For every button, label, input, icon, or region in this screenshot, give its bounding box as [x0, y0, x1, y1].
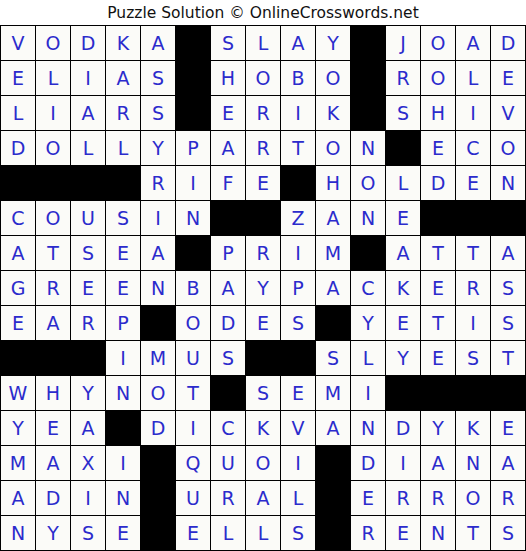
letter-cell-r12c10: A: [316, 411, 350, 445]
letter-cell-r5c8: E: [246, 166, 280, 200]
letter-cell-r6c12: E: [386, 201, 420, 235]
letter-cell-r7c15: A: [491, 236, 525, 270]
block-cell-r2c11: [351, 61, 385, 95]
letter-cell-r15c8: L: [246, 516, 280, 550]
letter-cell-r11c11: I: [351, 376, 385, 410]
letter-cell-r15c11: R: [351, 516, 385, 550]
letter-cell-r15c2: Y: [36, 516, 70, 550]
letter-cell-r9c15: S: [491, 306, 525, 340]
letter-cell-r14c1: A: [1, 481, 35, 515]
letter-cell-r6c10: A: [316, 201, 350, 235]
letter-cell-r1c15: D: [491, 26, 525, 60]
letter-cell-r6c1: C: [1, 201, 35, 235]
letter-cell-r2c7: H: [211, 61, 245, 95]
block-cell-r5c2: [36, 166, 70, 200]
letter-cell-r3c8: R: [246, 96, 280, 130]
letter-cell-r6c11: N: [351, 201, 385, 235]
block-cell-r6c8: [246, 201, 280, 235]
letter-cell-r15c3: S: [71, 516, 105, 550]
letter-cell-r10c15: T: [491, 341, 525, 375]
letter-cell-r7c8: R: [246, 236, 280, 270]
letter-cell-r15c6: E: [176, 516, 210, 550]
letter-cell-r12c1: Y: [1, 411, 35, 445]
letter-cell-r9c2: A: [36, 306, 70, 340]
letter-cell-r13c1: M: [1, 446, 35, 480]
letter-cell-r15c13: N: [421, 516, 455, 550]
letter-cell-r3c7: E: [211, 96, 245, 130]
letter-cell-r5c14: E: [456, 166, 490, 200]
letter-cell-r8c12: K: [386, 271, 420, 305]
block-cell-r11c15: [491, 376, 525, 410]
letter-cell-r14c11: E: [351, 481, 385, 515]
letter-cell-r5c7: F: [211, 166, 245, 200]
letter-cell-r9c14: I: [456, 306, 490, 340]
block-cell-r13c5: [141, 446, 175, 480]
letter-cell-r2c3: I: [71, 61, 105, 95]
letter-cell-r3c3: A: [71, 96, 105, 130]
letter-cell-r7c4: E: [106, 236, 140, 270]
block-cell-r6c13: [421, 201, 455, 235]
block-cell-r11c12: [386, 376, 420, 410]
letter-cell-r14c8: A: [246, 481, 280, 515]
letter-cell-r4c15: O: [491, 131, 525, 165]
letter-cell-r1c12: J: [386, 26, 420, 60]
letter-cell-r2c12: R: [386, 61, 420, 95]
letter-cell-r12c15: E: [491, 411, 525, 445]
letter-cell-r12c5: D: [141, 411, 175, 445]
block-cell-r5c1: [1, 166, 35, 200]
letter-cell-r9c1: E: [1, 306, 35, 340]
block-cell-r7c11: [351, 236, 385, 270]
letter-cell-r13c4: I: [106, 446, 140, 480]
letter-cell-r8c2: R: [36, 271, 70, 305]
block-cell-r5c4: [106, 166, 140, 200]
letter-cell-r3c15: V: [491, 96, 525, 130]
block-cell-r15c10: [316, 516, 350, 550]
letter-cell-r14c4: N: [106, 481, 140, 515]
letter-cell-r5c13: D: [421, 166, 455, 200]
letter-cell-r4c5: Y: [141, 131, 175, 165]
block-cell-r12c4: [106, 411, 140, 445]
letter-cell-r8c1: G: [1, 271, 35, 305]
block-cell-r11c13: [421, 376, 455, 410]
letter-cell-r3c1: L: [1, 96, 35, 130]
block-cell-r10c1: [1, 341, 35, 375]
block-cell-r9c5: [141, 306, 175, 340]
letter-cell-r12c7: C: [211, 411, 245, 445]
letter-cell-r14c6: U: [176, 481, 210, 515]
letter-cell-r13c13: A: [421, 446, 455, 480]
letter-cell-r10c13: E: [421, 341, 455, 375]
letter-cell-r3c9: I: [281, 96, 315, 130]
puzzle-solution-page: Puzzle Solution © OnlineCrosswords.net V…: [0, 0, 526, 551]
letter-cell-r12c6: I: [176, 411, 210, 445]
letter-cell-r3c4: R: [106, 96, 140, 130]
letter-cell-r13c2: A: [36, 446, 70, 480]
letter-cell-r10c4: I: [106, 341, 140, 375]
letter-cell-r9c8: E: [246, 306, 280, 340]
letter-cell-r10c14: S: [456, 341, 490, 375]
letter-cell-r11c6: T: [176, 376, 210, 410]
letter-cell-r3c14: I: [456, 96, 490, 130]
letter-cell-r2c10: O: [316, 61, 350, 95]
letter-cell-r6c9: Z: [281, 201, 315, 235]
letter-cell-r12c2: E: [36, 411, 70, 445]
block-cell-r10c8: [246, 341, 280, 375]
letter-cell-r3c13: H: [421, 96, 455, 130]
letter-cell-r5c11: O: [351, 166, 385, 200]
letter-cell-r11c8: S: [246, 376, 280, 410]
letter-cell-r8c4: E: [106, 271, 140, 305]
letter-cell-r8c7: A: [211, 271, 245, 305]
letter-cell-r15c7: L: [211, 516, 245, 550]
letter-cell-r7c5: A: [141, 236, 175, 270]
block-cell-r5c9: [281, 166, 315, 200]
letter-cell-r7c9: I: [281, 236, 315, 270]
letter-cell-r4c6: P: [176, 131, 210, 165]
letter-cell-r7c7: P: [211, 236, 245, 270]
letter-cell-r10c7: S: [211, 341, 245, 375]
letter-cell-r2c5: S: [141, 61, 175, 95]
letter-cell-r10c5: M: [141, 341, 175, 375]
letter-cell-r4c10: O: [316, 131, 350, 165]
block-cell-r4c12: [386, 131, 420, 165]
letter-cell-r1c3: D: [71, 26, 105, 60]
letter-cell-r11c5: O: [141, 376, 175, 410]
letter-cell-r10c10: S: [316, 341, 350, 375]
letter-cell-r2c8: O: [246, 61, 280, 95]
letter-cell-r8c10: A: [316, 271, 350, 305]
block-cell-r7c6: [176, 236, 210, 270]
letter-cell-r12c8: K: [246, 411, 280, 445]
block-cell-r3c6: [176, 96, 210, 130]
letter-cell-r12c3: A: [71, 411, 105, 445]
letter-cell-r12c13: Y: [421, 411, 455, 445]
letter-cell-r13c9: I: [281, 446, 315, 480]
title-bar: Puzzle Solution © OnlineCrosswords.net: [0, 0, 526, 25]
letter-cell-r9c6: O: [176, 306, 210, 340]
letter-cell-r10c11: L: [351, 341, 385, 375]
letter-cell-r3c12: S: [386, 96, 420, 130]
letter-cell-r14c14: O: [456, 481, 490, 515]
letter-cell-r6c3: U: [71, 201, 105, 235]
letter-cell-r8c13: E: [421, 271, 455, 305]
letter-cell-r13c8: O: [246, 446, 280, 480]
block-cell-r11c14: [456, 376, 490, 410]
letter-cell-r5c15: N: [491, 166, 525, 200]
letter-cell-r1c1: V: [1, 26, 35, 60]
letter-cell-r7c3: S: [71, 236, 105, 270]
letter-cell-r4c3: L: [71, 131, 105, 165]
letter-cell-r15c14: T: [456, 516, 490, 550]
letter-cell-r9c4: P: [106, 306, 140, 340]
letter-cell-r6c6: N: [176, 201, 210, 235]
letter-cell-r10c6: U: [176, 341, 210, 375]
letter-cell-r1c2: O: [36, 26, 70, 60]
letter-cell-r12c12: D: [386, 411, 420, 445]
letter-cell-r4c11: N: [351, 131, 385, 165]
letter-cell-r12c11: N: [351, 411, 385, 445]
letter-cell-r15c15: S: [491, 516, 525, 550]
letter-cell-r4c9: T: [281, 131, 315, 165]
block-cell-r14c10: [316, 481, 350, 515]
letter-cell-r2c15: E: [491, 61, 525, 95]
letter-cell-r4c2: O: [36, 131, 70, 165]
block-cell-r10c9: [281, 341, 315, 375]
letter-cell-r15c4: E: [106, 516, 140, 550]
letter-cell-r1c7: S: [211, 26, 245, 60]
block-cell-r10c2: [36, 341, 70, 375]
letter-cell-r8c9: P: [281, 271, 315, 305]
letter-cell-r8c6: B: [176, 271, 210, 305]
letter-cell-r8c5: N: [141, 271, 175, 305]
block-cell-r6c7: [211, 201, 245, 235]
letter-cell-r11c10: M: [316, 376, 350, 410]
letter-cell-r1c10: Y: [316, 26, 350, 60]
block-cell-r15c5: [141, 516, 175, 550]
letter-cell-r3c5: S: [141, 96, 175, 130]
letter-cell-r14c7: R: [211, 481, 245, 515]
letter-cell-r11c3: Y: [71, 376, 105, 410]
letter-cell-r9c12: E: [386, 306, 420, 340]
letter-cell-r13c7: U: [211, 446, 245, 480]
letter-cell-r11c1: W: [1, 376, 35, 410]
letter-cell-r13c12: I: [386, 446, 420, 480]
letter-cell-r4c1: D: [1, 131, 35, 165]
letter-cell-r14c15: R: [491, 481, 525, 515]
letter-cell-r2c13: O: [421, 61, 455, 95]
letter-cell-r9c11: Y: [351, 306, 385, 340]
letter-cell-r9c13: T: [421, 306, 455, 340]
letter-cell-r14c2: D: [36, 481, 70, 515]
letter-cell-r13c14: N: [456, 446, 490, 480]
block-cell-r14c5: [141, 481, 175, 515]
letter-cell-r11c2: H: [36, 376, 70, 410]
block-cell-r3c11: [351, 96, 385, 130]
letter-cell-r9c7: D: [211, 306, 245, 340]
letter-cell-r4c7: A: [211, 131, 245, 165]
letter-cell-r5c5: R: [141, 166, 175, 200]
letter-cell-r15c1: N: [1, 516, 35, 550]
letter-cell-r8c15: S: [491, 271, 525, 305]
letter-cell-r5c12: L: [386, 166, 420, 200]
letter-cell-r11c9: E: [281, 376, 315, 410]
letter-cell-r13c15: A: [491, 446, 525, 480]
block-cell-r9c10: [316, 306, 350, 340]
letter-cell-r3c10: K: [316, 96, 350, 130]
letter-cell-r8c8: Y: [246, 271, 280, 305]
letter-cell-r7c1: A: [1, 236, 35, 270]
block-cell-r6c15: [491, 201, 525, 235]
letter-cell-r7c2: T: [36, 236, 70, 270]
letter-cell-r14c12: R: [386, 481, 420, 515]
letter-cell-r7c13: T: [421, 236, 455, 270]
letter-cell-r2c4: A: [106, 61, 140, 95]
block-cell-r11c7: [211, 376, 245, 410]
letter-cell-r6c2: O: [36, 201, 70, 235]
letter-cell-r12c14: K: [456, 411, 490, 445]
letter-cell-r13c3: X: [71, 446, 105, 480]
letter-cell-r1c5: A: [141, 26, 175, 60]
letter-cell-r8c3: E: [71, 271, 105, 305]
letter-cell-r1c13: O: [421, 26, 455, 60]
letter-cell-r9c3: R: [71, 306, 105, 340]
letter-cell-r12c9: V: [281, 411, 315, 445]
letter-cell-r14c13: R: [421, 481, 455, 515]
letter-cell-r4c4: L: [106, 131, 140, 165]
letter-cell-r13c11: D: [351, 446, 385, 480]
letter-cell-r13c6: Q: [176, 446, 210, 480]
letter-cell-r4c8: R: [246, 131, 280, 165]
letter-cell-r4c14: C: [456, 131, 490, 165]
block-cell-r13c10: [316, 446, 350, 480]
letter-cell-r15c12: E: [386, 516, 420, 550]
letter-cell-r1c8: L: [246, 26, 280, 60]
letter-cell-r7c14: T: [456, 236, 490, 270]
letter-cell-r9c9: S: [281, 306, 315, 340]
letter-cell-r2c14: L: [456, 61, 490, 95]
block-cell-r1c6: [176, 26, 210, 60]
letter-cell-r6c4: S: [106, 201, 140, 235]
letter-cell-r3c2: I: [36, 96, 70, 130]
block-cell-r6c14: [456, 201, 490, 235]
puzzle-title: Puzzle Solution © OnlineCrosswords.net: [107, 4, 418, 22]
letter-cell-r6c5: I: [141, 201, 175, 235]
letter-cell-r5c10: H: [316, 166, 350, 200]
letter-cell-r14c9: L: [281, 481, 315, 515]
letter-cell-r2c1: E: [1, 61, 35, 95]
letter-cell-r7c10: M: [316, 236, 350, 270]
letter-cell-r7c12: A: [386, 236, 420, 270]
letter-cell-r1c14: A: [456, 26, 490, 60]
letter-cell-r10c12: Y: [386, 341, 420, 375]
letter-cell-r1c4: K: [106, 26, 140, 60]
block-cell-r2c6: [176, 61, 210, 95]
letter-cell-r2c2: L: [36, 61, 70, 95]
letter-cell-r1c9: A: [281, 26, 315, 60]
letter-cell-r8c14: R: [456, 271, 490, 305]
letter-cell-r2c9: B: [281, 61, 315, 95]
block-cell-r1c11: [351, 26, 385, 60]
letter-cell-r11c4: N: [106, 376, 140, 410]
letter-cell-r4c13: E: [421, 131, 455, 165]
letter-cell-r8c11: C: [351, 271, 385, 305]
letter-cell-r5c6: I: [176, 166, 210, 200]
letter-cell-r15c9: S: [281, 516, 315, 550]
letter-cell-r14c3: I: [71, 481, 105, 515]
crossword-grid: VODKASLAYJOADELIASHOBOROLELIARSERIKSHIVD…: [0, 25, 526, 551]
block-cell-r5c3: [71, 166, 105, 200]
block-cell-r10c3: [71, 341, 105, 375]
